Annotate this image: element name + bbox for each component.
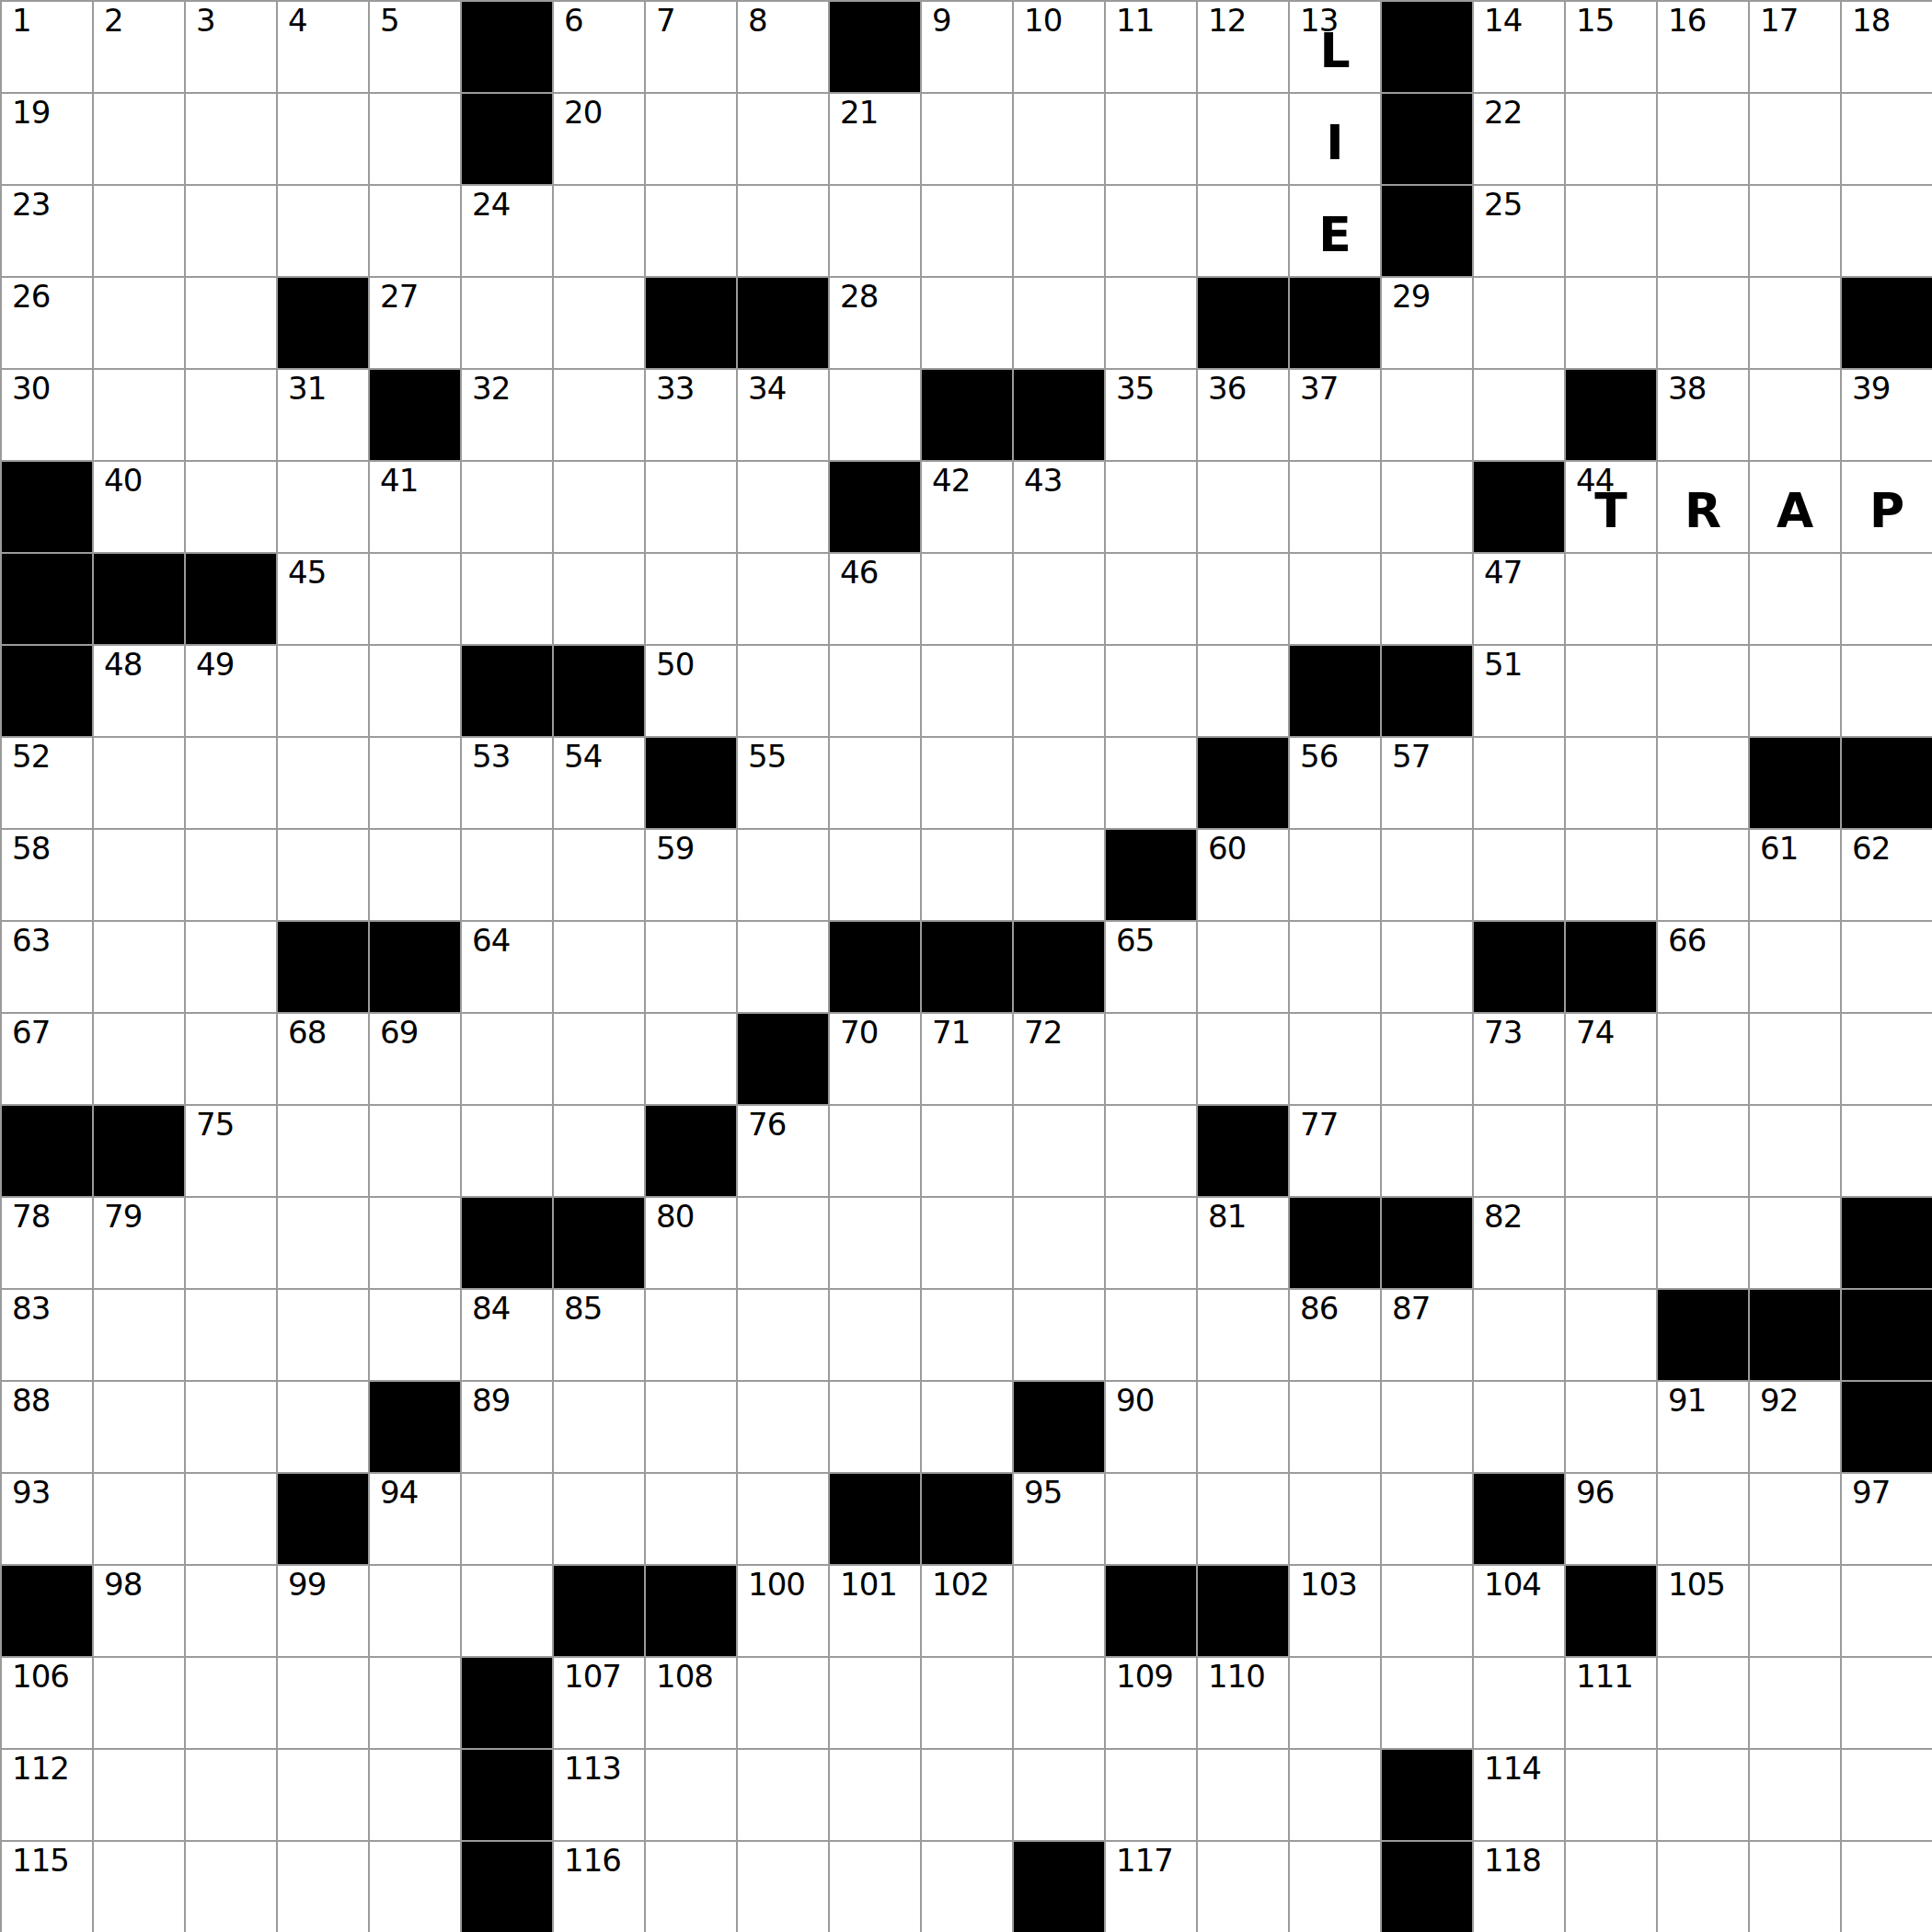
white-square[interactable] xyxy=(1014,1750,1104,1840)
white-square[interactable] xyxy=(1198,1382,1288,1472)
white-square[interactable] xyxy=(1474,1106,1564,1196)
white-square[interactable] xyxy=(1658,186,1748,276)
white-square[interactable]: 12 xyxy=(1198,2,1288,92)
white-square[interactable] xyxy=(1382,1382,1472,1472)
white-square[interactable]: 4 xyxy=(278,2,368,92)
white-square[interactable]: 56 xyxy=(1290,738,1380,828)
white-square[interactable] xyxy=(922,1842,1012,1932)
white-square[interactable]: 116 xyxy=(554,1842,644,1932)
white-square[interactable] xyxy=(370,646,460,736)
white-square[interactable]: 107 xyxy=(554,1658,644,1748)
white-square[interactable] xyxy=(278,1658,368,1748)
white-square[interactable]: 11 xyxy=(1106,2,1196,92)
white-square[interactable]: 17 xyxy=(1750,2,1840,92)
white-square[interactable]: 63 xyxy=(2,922,92,1012)
white-square[interactable]: 2 xyxy=(94,2,184,92)
white-square[interactable] xyxy=(1106,94,1196,184)
white-square[interactable] xyxy=(738,1382,828,1472)
white-square[interactable] xyxy=(1014,1198,1104,1288)
white-square[interactable] xyxy=(1566,1106,1656,1196)
white-square[interactable]: 100 xyxy=(738,1566,828,1656)
white-square[interactable]: 29 xyxy=(1382,278,1472,368)
white-square[interactable] xyxy=(1658,1474,1748,1564)
white-square[interactable]: 54 xyxy=(554,738,644,828)
white-square[interactable]: 65 xyxy=(1106,922,1196,1012)
white-square[interactable] xyxy=(278,1750,368,1840)
white-square[interactable] xyxy=(738,1658,828,1748)
white-square[interactable]: 59 xyxy=(646,830,736,920)
white-square[interactable] xyxy=(370,1106,460,1196)
white-square[interactable]: 32 xyxy=(462,370,552,460)
white-square[interactable]: 101 xyxy=(830,1566,920,1656)
white-square[interactable] xyxy=(186,1474,276,1564)
white-square[interactable]: 106 xyxy=(2,1658,92,1748)
white-square[interactable] xyxy=(1198,1474,1288,1564)
white-square[interactable] xyxy=(370,830,460,920)
white-square[interactable]: 40 xyxy=(94,462,184,552)
white-square[interactable]: 75 xyxy=(186,1106,276,1196)
white-square[interactable] xyxy=(1106,278,1196,368)
white-square[interactable]: 35 xyxy=(1106,370,1196,460)
white-square[interactable] xyxy=(738,94,828,184)
white-square[interactable] xyxy=(1750,1014,1840,1104)
white-square[interactable]: 45 xyxy=(278,554,368,644)
white-square[interactable]: 7 xyxy=(646,2,736,92)
white-square[interactable] xyxy=(1750,278,1840,368)
white-square[interactable] xyxy=(1474,830,1564,920)
white-square[interactable] xyxy=(1290,1474,1380,1564)
white-square[interactable]: 103 xyxy=(1290,1566,1380,1656)
white-square[interactable] xyxy=(1290,1014,1380,1104)
white-square[interactable] xyxy=(1658,1014,1748,1104)
white-square[interactable] xyxy=(1198,94,1288,184)
white-square[interactable]: 67 xyxy=(2,1014,92,1104)
white-square[interactable] xyxy=(922,554,1012,644)
white-square[interactable] xyxy=(186,738,276,828)
white-square[interactable] xyxy=(1290,1382,1380,1472)
white-square[interactable] xyxy=(1014,186,1104,276)
white-square[interactable] xyxy=(646,554,736,644)
white-square[interactable] xyxy=(1198,1842,1288,1932)
white-square[interactable]: 69 xyxy=(370,1014,460,1104)
white-square[interactable]: 9 xyxy=(922,2,1012,92)
white-square[interactable]: 74 xyxy=(1566,1014,1656,1104)
white-square[interactable] xyxy=(462,830,552,920)
white-square[interactable] xyxy=(94,1290,184,1380)
white-square[interactable] xyxy=(1106,646,1196,736)
white-square[interactable] xyxy=(922,94,1012,184)
white-square[interactable] xyxy=(1382,922,1472,1012)
white-square[interactable] xyxy=(1566,186,1656,276)
white-square[interactable]: 41 xyxy=(370,462,460,552)
white-square[interactable] xyxy=(646,462,736,552)
white-square[interactable] xyxy=(1566,1198,1656,1288)
white-square[interactable] xyxy=(1658,1750,1748,1840)
white-square[interactable] xyxy=(1014,1566,1104,1656)
white-square[interactable] xyxy=(1658,94,1748,184)
white-square[interactable] xyxy=(1014,278,1104,368)
white-square[interactable] xyxy=(738,830,828,920)
white-square[interactable] xyxy=(370,1198,460,1288)
white-square[interactable]: 23 xyxy=(2,186,92,276)
white-square[interactable] xyxy=(830,830,920,920)
white-square[interactable] xyxy=(1566,830,1656,920)
white-square[interactable]: 91 xyxy=(1658,1382,1748,1472)
white-square[interactable] xyxy=(830,1658,920,1748)
white-square[interactable] xyxy=(186,1198,276,1288)
white-square[interactable] xyxy=(1106,1474,1196,1564)
white-square[interactable] xyxy=(554,278,644,368)
white-square[interactable] xyxy=(1842,1842,1932,1932)
white-square[interactable] xyxy=(370,554,460,644)
white-square[interactable] xyxy=(922,1198,1012,1288)
white-square[interactable] xyxy=(738,922,828,1012)
white-square[interactable] xyxy=(1566,646,1656,736)
white-square[interactable] xyxy=(1198,646,1288,736)
white-square[interactable] xyxy=(646,1750,736,1840)
white-square[interactable] xyxy=(186,370,276,460)
white-square[interactable]: 13L xyxy=(1290,2,1380,92)
white-square[interactable] xyxy=(370,738,460,828)
white-square[interactable] xyxy=(186,462,276,552)
white-square[interactable]: 44T xyxy=(1566,462,1656,552)
white-square[interactable] xyxy=(1014,646,1104,736)
white-square[interactable] xyxy=(554,830,644,920)
white-square[interactable] xyxy=(186,922,276,1012)
white-square[interactable] xyxy=(94,1842,184,1932)
white-square[interactable] xyxy=(554,1382,644,1472)
white-square[interactable] xyxy=(1106,1106,1196,1196)
white-square[interactable] xyxy=(1106,1014,1196,1104)
white-square[interactable] xyxy=(1106,186,1196,276)
white-square[interactable] xyxy=(1658,738,1748,828)
white-square[interactable] xyxy=(1842,646,1932,736)
white-square[interactable]: 85 xyxy=(554,1290,644,1380)
white-square[interactable] xyxy=(830,1198,920,1288)
white-square[interactable]: 62 xyxy=(1842,830,1932,920)
white-square[interactable] xyxy=(1566,1750,1656,1840)
white-square[interactable] xyxy=(1750,922,1840,1012)
white-square[interactable]: 8 xyxy=(738,2,828,92)
white-square[interactable] xyxy=(922,1658,1012,1748)
white-square[interactable]: 113 xyxy=(554,1750,644,1840)
white-square[interactable] xyxy=(1382,554,1472,644)
white-square[interactable] xyxy=(1014,738,1104,828)
white-square[interactable]: 96 xyxy=(1566,1474,1656,1564)
white-square[interactable] xyxy=(1382,1566,1472,1656)
white-square[interactable] xyxy=(370,1290,460,1380)
white-square[interactable] xyxy=(278,1106,368,1196)
white-square[interactable] xyxy=(1842,1750,1932,1840)
white-square[interactable]: 21 xyxy=(830,94,920,184)
white-square[interactable] xyxy=(1106,554,1196,644)
white-square[interactable] xyxy=(830,1750,920,1840)
white-square[interactable]: 16 xyxy=(1658,2,1748,92)
white-square[interactable] xyxy=(1842,1014,1932,1104)
white-square[interactable]: 20 xyxy=(554,94,644,184)
white-square[interactable]: 87 xyxy=(1382,1290,1472,1380)
white-square[interactable] xyxy=(1750,554,1840,644)
white-square[interactable] xyxy=(1290,554,1380,644)
white-square[interactable] xyxy=(1014,1658,1104,1748)
white-square[interactable] xyxy=(738,186,828,276)
white-square[interactable]: 86 xyxy=(1290,1290,1380,1380)
white-square[interactable]: 15 xyxy=(1566,2,1656,92)
white-square[interactable] xyxy=(1566,1842,1656,1932)
white-square[interactable] xyxy=(186,1658,276,1748)
white-square[interactable] xyxy=(1658,1106,1748,1196)
white-square[interactable]: 80 xyxy=(646,1198,736,1288)
white-square[interactable]: 117 xyxy=(1106,1842,1196,1932)
white-square[interactable] xyxy=(738,646,828,736)
white-square[interactable]: 118 xyxy=(1474,1842,1564,1932)
white-square[interactable]: 109 xyxy=(1106,1658,1196,1748)
white-square[interactable]: 83 xyxy=(2,1290,92,1380)
white-square[interactable] xyxy=(646,1014,736,1104)
white-square[interactable]: 24 xyxy=(462,186,552,276)
white-square[interactable] xyxy=(830,1382,920,1472)
white-square[interactable] xyxy=(922,1750,1012,1840)
white-square[interactable]: 28 xyxy=(830,278,920,368)
white-square[interactable] xyxy=(1382,1658,1472,1748)
white-square[interactable] xyxy=(922,278,1012,368)
white-square[interactable]: 73 xyxy=(1474,1014,1564,1104)
white-square[interactable] xyxy=(830,646,920,736)
white-square[interactable] xyxy=(1014,1106,1104,1196)
white-square[interactable] xyxy=(278,646,368,736)
white-square[interactable] xyxy=(922,738,1012,828)
white-square[interactable] xyxy=(462,1106,552,1196)
white-square[interactable]: 93 xyxy=(2,1474,92,1564)
white-square[interactable]: 71 xyxy=(922,1014,1012,1104)
white-square[interactable] xyxy=(922,1106,1012,1196)
white-square[interactable] xyxy=(554,1106,644,1196)
white-square[interactable] xyxy=(186,1290,276,1380)
white-square[interactable] xyxy=(1658,1658,1748,1748)
white-square[interactable] xyxy=(738,1198,828,1288)
white-square[interactable] xyxy=(1198,462,1288,552)
white-square[interactable] xyxy=(738,554,828,644)
white-square[interactable] xyxy=(1382,1014,1472,1104)
white-square[interactable] xyxy=(1106,1198,1196,1288)
white-square[interactable] xyxy=(646,1842,736,1932)
white-square[interactable]: 68 xyxy=(278,1014,368,1104)
white-square[interactable]: 114 xyxy=(1474,1750,1564,1840)
white-square[interactable]: 66 xyxy=(1658,922,1748,1012)
white-square[interactable] xyxy=(1014,94,1104,184)
white-square[interactable] xyxy=(738,1474,828,1564)
white-square[interactable]: 92 xyxy=(1750,1382,1840,1472)
white-square[interactable] xyxy=(1842,1106,1932,1196)
white-square[interactable] xyxy=(278,738,368,828)
white-square[interactable] xyxy=(186,186,276,276)
white-square[interactable]: 26 xyxy=(2,278,92,368)
white-square[interactable] xyxy=(94,370,184,460)
white-square[interactable] xyxy=(1014,554,1104,644)
white-square[interactable] xyxy=(94,1658,184,1748)
white-square[interactable] xyxy=(922,1382,1012,1472)
white-square[interactable] xyxy=(1106,462,1196,552)
white-square[interactable] xyxy=(738,1750,828,1840)
white-square[interactable]: 94 xyxy=(370,1474,460,1564)
white-square[interactable]: 61 xyxy=(1750,830,1840,920)
white-square[interactable] xyxy=(278,830,368,920)
white-square[interactable] xyxy=(94,278,184,368)
white-square[interactable] xyxy=(1382,830,1472,920)
white-square[interactable] xyxy=(462,278,552,368)
white-square[interactable] xyxy=(462,554,552,644)
white-square[interactable] xyxy=(1658,278,1748,368)
white-square[interactable] xyxy=(1750,1658,1840,1748)
white-square[interactable] xyxy=(646,186,736,276)
white-square[interactable] xyxy=(922,1290,1012,1380)
white-square[interactable]: 3 xyxy=(186,2,276,92)
white-square[interactable] xyxy=(646,1382,736,1472)
white-square[interactable]: 55 xyxy=(738,738,828,828)
white-square[interactable] xyxy=(1750,1750,1840,1840)
white-square[interactable] xyxy=(1014,1290,1104,1380)
white-square[interactable]: 51 xyxy=(1474,646,1564,736)
white-square[interactable] xyxy=(830,186,920,276)
white-square[interactable]: 38 xyxy=(1658,370,1748,460)
white-square[interactable] xyxy=(1014,830,1104,920)
white-square[interactable]: 37 xyxy=(1290,370,1380,460)
white-square[interactable]: 58 xyxy=(2,830,92,920)
white-square[interactable] xyxy=(1290,1842,1380,1932)
white-square[interactable]: 102 xyxy=(922,1566,1012,1656)
white-square[interactable] xyxy=(1842,922,1932,1012)
white-square[interactable] xyxy=(738,1842,828,1932)
white-square[interactable] xyxy=(1658,830,1748,920)
white-square[interactable]: 79 xyxy=(94,1198,184,1288)
white-square[interactable]: 48 xyxy=(94,646,184,736)
white-square[interactable]: 31 xyxy=(278,370,368,460)
white-square[interactable]: 90 xyxy=(1106,1382,1196,1472)
white-square[interactable] xyxy=(186,94,276,184)
white-square[interactable] xyxy=(554,554,644,644)
white-square[interactable]: 78 xyxy=(2,1198,92,1288)
white-square[interactable] xyxy=(1658,1198,1748,1288)
white-square[interactable] xyxy=(738,462,828,552)
white-square[interactable] xyxy=(554,462,644,552)
white-square[interactable] xyxy=(1198,1014,1288,1104)
white-square[interactable]: 111 xyxy=(1566,1658,1656,1748)
white-square[interactable]: 18 xyxy=(1842,2,1932,92)
white-square[interactable] xyxy=(1658,554,1748,644)
white-square[interactable] xyxy=(1290,922,1380,1012)
white-square[interactable]: 42 xyxy=(922,462,1012,552)
white-square[interactable] xyxy=(738,1290,828,1380)
white-square[interactable] xyxy=(830,1842,920,1932)
white-square[interactable] xyxy=(554,370,644,460)
white-square[interactable]: 5 xyxy=(370,2,460,92)
white-square[interactable] xyxy=(554,186,644,276)
white-square[interactable]: 81 xyxy=(1198,1198,1288,1288)
white-square[interactable] xyxy=(186,830,276,920)
white-square[interactable]: 49 xyxy=(186,646,276,736)
white-square[interactable]: 53 xyxy=(462,738,552,828)
white-square[interactable] xyxy=(370,186,460,276)
white-square[interactable] xyxy=(186,1014,276,1104)
white-square[interactable] xyxy=(278,94,368,184)
white-square[interactable] xyxy=(1382,370,1472,460)
white-square[interactable] xyxy=(278,462,368,552)
white-square[interactable] xyxy=(186,1750,276,1840)
white-square[interactable] xyxy=(830,738,920,828)
white-square[interactable] xyxy=(554,922,644,1012)
white-square[interactable] xyxy=(462,1014,552,1104)
white-square[interactable] xyxy=(94,1014,184,1104)
white-square[interactable] xyxy=(370,1566,460,1656)
white-square[interactable]: 99 xyxy=(278,1566,368,1656)
white-square[interactable]: 110 xyxy=(1198,1658,1288,1748)
white-square[interactable] xyxy=(1474,278,1564,368)
white-square[interactable] xyxy=(462,1474,552,1564)
white-square[interactable] xyxy=(1566,554,1656,644)
white-square[interactable] xyxy=(1842,94,1932,184)
white-square[interactable] xyxy=(94,1474,184,1564)
white-square[interactable] xyxy=(1198,1290,1288,1380)
white-square[interactable]: 34 xyxy=(738,370,828,460)
white-square[interactable]: 6 xyxy=(554,2,644,92)
white-square[interactable] xyxy=(94,922,184,1012)
white-square[interactable] xyxy=(94,1382,184,1472)
white-square[interactable] xyxy=(554,1014,644,1104)
white-square[interactable] xyxy=(1750,1474,1840,1564)
white-square[interactable]: 19 xyxy=(2,94,92,184)
white-square[interactable] xyxy=(370,1750,460,1840)
white-square[interactable] xyxy=(1658,1842,1748,1932)
white-square[interactable] xyxy=(1106,738,1196,828)
white-square[interactable] xyxy=(646,94,736,184)
white-square[interactable]: 46 xyxy=(830,554,920,644)
white-square[interactable] xyxy=(1198,1750,1288,1840)
white-square[interactable]: 84 xyxy=(462,1290,552,1380)
white-square[interactable] xyxy=(922,830,1012,920)
white-square[interactable] xyxy=(94,186,184,276)
white-square[interactable] xyxy=(370,94,460,184)
white-square[interactable] xyxy=(370,1842,460,1932)
white-square[interactable] xyxy=(1842,1566,1932,1656)
white-square[interactable]: 76 xyxy=(738,1106,828,1196)
white-square[interactable] xyxy=(830,1290,920,1380)
white-square[interactable]: 89 xyxy=(462,1382,552,1472)
white-square[interactable]: R xyxy=(1658,462,1748,552)
white-square[interactable]: 112 xyxy=(2,1750,92,1840)
white-square[interactable] xyxy=(1658,646,1748,736)
white-square[interactable] xyxy=(830,370,920,460)
white-square[interactable]: 60 xyxy=(1198,830,1288,920)
white-square[interactable] xyxy=(1106,1750,1196,1840)
white-square[interactable] xyxy=(1750,1566,1840,1656)
white-square[interactable]: 14 xyxy=(1474,2,1564,92)
white-square[interactable]: 115 xyxy=(2,1842,92,1932)
white-square[interactable] xyxy=(1566,94,1656,184)
white-square[interactable] xyxy=(278,1198,368,1288)
white-square[interactable]: 50 xyxy=(646,646,736,736)
white-square[interactable]: 72 xyxy=(1014,1014,1104,1104)
white-square[interactable] xyxy=(922,186,1012,276)
white-square[interactable] xyxy=(922,646,1012,736)
white-square[interactable]: 105 xyxy=(1658,1566,1748,1656)
white-square[interactable]: 52 xyxy=(2,738,92,828)
white-square[interactable] xyxy=(1566,738,1656,828)
white-square[interactable] xyxy=(1198,186,1288,276)
white-square[interactable]: 25 xyxy=(1474,186,1564,276)
white-square[interactable] xyxy=(1382,1474,1472,1564)
white-square[interactable] xyxy=(1750,370,1840,460)
white-square[interactable]: 30 xyxy=(2,370,92,460)
